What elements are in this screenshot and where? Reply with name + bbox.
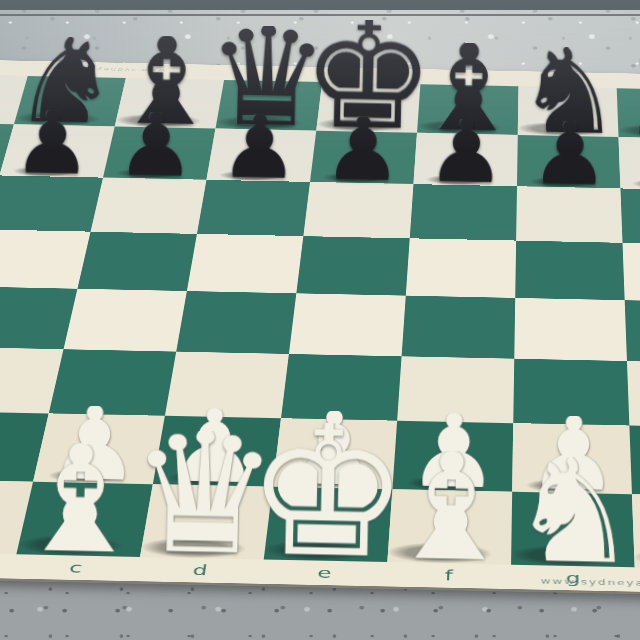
black-pawn: ♟	[116, 111, 196, 178]
square-h4	[625, 300, 640, 363]
square-c6	[91, 178, 207, 234]
square-e6	[303, 182, 413, 238]
square-d1: ♛	[140, 484, 273, 559]
square-f1: ♝	[387, 489, 512, 564]
square-b6	[0, 175, 103, 231]
square-d6	[197, 180, 310, 236]
board-grid: ♜♞♝♛♚♝♞♜♟♟♟♟♟♟♟♟♟♟♟♟♟♟♟♟♜♞♝♛♚♝♞♜	[0, 74, 640, 570]
square-h7: ♟	[619, 137, 640, 191]
file-label-e: e	[261, 559, 388, 586]
white-knight: ♞	[508, 455, 640, 566]
chess-board: www.sydneya ♜♞♝♛♚♝♞♜♟♟♟♟♟♟♟♟♟♟♟♟♟♟♟♟♜♞♝♛…	[0, 58, 640, 595]
square-d4	[176, 291, 296, 354]
square-b5	[0, 229, 91, 288]
black-pawn: ♟	[12, 109, 92, 176]
square-f4	[402, 296, 516, 359]
black-pawn: ♟	[322, 116, 402, 183]
square-b7: ♟	[0, 124, 115, 177]
square-c4	[64, 289, 187, 352]
black-pawn: ♟	[529, 120, 609, 187]
square-g6	[516, 186, 622, 242]
square-g5	[515, 241, 624, 301]
square-c5	[77, 232, 197, 291]
file-label-d: d	[136, 557, 264, 584]
black-pawn: ♟	[426, 118, 506, 185]
white-bishop: ♝	[383, 450, 518, 564]
chess-photo-scene: www.sydneya ♜♞♝♛♚♝♞♜♟♟♟♟♟♟♟♟♟♟♟♟♟♟♟♟♜♞♝♛…	[0, 0, 640, 640]
file-label-f: f	[386, 562, 511, 589]
square-f7: ♟	[413, 133, 517, 186]
square-d7: ♟	[206, 129, 316, 182]
black-pawn: ♟	[219, 113, 299, 180]
square-g7: ♟	[517, 135, 620, 189]
black-pawn: ♟	[633, 122, 640, 189]
square-g1: ♞	[511, 492, 635, 568]
square-e7: ♟	[310, 131, 417, 184]
black-rook: ♜	[0, 43, 12, 124]
square-e1: ♚	[264, 487, 393, 562]
square-f5	[406, 238, 516, 298]
square-g4	[514, 298, 627, 361]
file-label-c: c	[11, 554, 140, 581]
square-h5	[623, 243, 640, 303]
board-perspective-wrap: www.sydneya ♜♞♝♛♚♝♞♜♟♟♟♟♟♟♟♟♟♟♟♟♟♟♟♟♜♞♝♛…	[0, 0, 640, 640]
square-h3	[627, 361, 640, 428]
square-e5	[296, 236, 409, 296]
white-queen: ♛	[127, 429, 280, 558]
square-h6	[620, 188, 640, 245]
square-e4	[289, 293, 406, 356]
square-d5	[187, 234, 303, 293]
square-f6	[410, 184, 517, 240]
square-c7: ♟	[103, 126, 216, 179]
